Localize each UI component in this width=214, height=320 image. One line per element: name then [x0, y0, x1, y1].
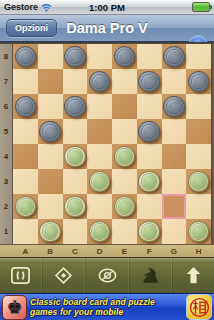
gray-man-C6[interactable]: [64, 96, 86, 118]
square-G7[interactable]: [162, 69, 187, 94]
square-F6[interactable]: [137, 94, 162, 119]
green-man-F1[interactable]: [138, 221, 160, 243]
square-F4[interactable]: [137, 144, 162, 169]
square-A4[interactable]: [13, 144, 38, 169]
options-button[interactable]: Opzioni: [6, 19, 57, 37]
gray-man-B5[interactable]: [39, 121, 61, 143]
column-label-D: D: [87, 245, 112, 257]
chess-king-icon: ♚: [2, 295, 27, 320]
square-H4[interactable]: [186, 144, 211, 169]
square-H5[interactable]: [186, 119, 211, 144]
square-D8[interactable]: [87, 44, 112, 69]
square-B5[interactable]: [38, 119, 63, 144]
board-right-border: [211, 44, 214, 244]
ad-text: Classic board card and puzzle games for …: [30, 297, 183, 318]
square-E4[interactable]: [112, 144, 137, 169]
column-label-B: B: [38, 245, 63, 257]
square-A7[interactable]: [13, 69, 38, 94]
column-label-H: H: [186, 245, 211, 257]
square-F7[interactable]: [137, 69, 162, 94]
square-A5[interactable]: [13, 119, 38, 144]
square-C3[interactable]: [63, 169, 88, 194]
green-man-A2[interactable]: [15, 196, 37, 218]
navigation-bar: Opzioni Dama Pro V ›: [0, 15, 214, 42]
square-E7[interactable]: [112, 69, 137, 94]
square-E1[interactable]: [112, 219, 137, 244]
square-H2[interactable]: [186, 194, 211, 219]
green-man-C2[interactable]: [64, 196, 86, 218]
square-H7[interactable]: [186, 69, 211, 94]
green-man-H3[interactable]: [188, 171, 210, 193]
gray-man-H7[interactable]: [188, 71, 210, 93]
app-screen: Gestore 1:00 PM Opzioni Dama Pro V › 876…: [0, 0, 214, 320]
square-A1[interactable]: [13, 219, 38, 244]
square-B1[interactable]: [38, 219, 63, 244]
column-label-F: F: [137, 245, 162, 257]
square-H3[interactable]: [186, 169, 211, 194]
column-label-C: C: [63, 245, 88, 257]
board-select-button[interactable]: [42, 258, 85, 293]
square-A8[interactable]: [13, 44, 38, 69]
column-label-A: A: [13, 245, 38, 257]
square-A6[interactable]: [13, 94, 38, 119]
ad-banner[interactable]: ♚ Classic board card and puzzle games fo…: [0, 293, 214, 320]
row-label-2: 2: [0, 194, 12, 219]
square-F2[interactable]: [137, 194, 162, 219]
diamond-select-icon: [52, 264, 75, 287]
green-man-C4[interactable]: [64, 146, 86, 168]
square-H8[interactable]: [186, 44, 211, 69]
square-A3[interactable]: [13, 169, 38, 194]
square-F5[interactable]: [137, 119, 162, 144]
square-D6[interactable]: [87, 94, 112, 119]
eye-icon: [96, 264, 119, 287]
square-C4[interactable]: [63, 144, 88, 169]
square-C8[interactable]: [63, 44, 88, 69]
column-label-E: E: [112, 245, 137, 257]
square-D4[interactable]: [87, 144, 112, 169]
ad-line1: Classic board card and puzzle: [30, 297, 183, 308]
green-man-D1[interactable]: [89, 221, 111, 243]
gray-man-A8[interactable]: [15, 46, 37, 68]
square-H6[interactable]: [186, 94, 211, 119]
square-G8[interactable]: [162, 44, 187, 69]
square-F3[interactable]: [137, 169, 162, 194]
column-labels-strip: ABCDEFGH: [0, 244, 214, 257]
square-C5[interactable]: [63, 119, 88, 144]
knight-icon: [139, 264, 162, 287]
row-label-6: 6: [0, 94, 12, 119]
column-labels: ABCDEFGH: [13, 245, 211, 257]
computer-move-button[interactable]: [129, 258, 172, 293]
share-button[interactable]: [172, 258, 214, 293]
xiangqi-elephant-icon: [186, 294, 212, 320]
square-C1[interactable]: [63, 219, 88, 244]
gray-man-F7[interactable]: [138, 71, 160, 93]
arrow-up-icon: [182, 264, 205, 287]
gray-man-D7[interactable]: [89, 71, 111, 93]
square-G3[interactable]: [162, 169, 187, 194]
square-A2[interactable]: [13, 194, 38, 219]
green-man-E4[interactable]: [114, 146, 136, 168]
square-G5[interactable]: [162, 119, 187, 144]
clock: 1:00 PM: [0, 2, 214, 13]
square-B2[interactable]: [38, 194, 63, 219]
square-B8[interactable]: [38, 44, 63, 69]
square-E3[interactable]: [112, 169, 137, 194]
square-C2[interactable]: [63, 194, 88, 219]
square-D1[interactable]: [87, 219, 112, 244]
row-label-8: 8: [0, 44, 12, 69]
gray-man-F5[interactable]: [138, 121, 160, 143]
square-F1[interactable]: [137, 219, 162, 244]
green-man-H1[interactable]: [188, 221, 210, 243]
green-man-F3[interactable]: [138, 171, 160, 193]
square-D2[interactable]: [87, 194, 112, 219]
status-bar: Gestore 1:00 PM: [0, 0, 214, 15]
restart-icon: [9, 264, 32, 287]
green-man-E2[interactable]: [114, 196, 136, 218]
square-G2[interactable]: [162, 194, 187, 219]
battery-icon: [192, 2, 210, 12]
toolbar: [0, 258, 214, 293]
row-labels: 87654321: [0, 44, 13, 244]
gray-man-A6[interactable]: [15, 96, 37, 118]
row-label-7: 7: [0, 69, 12, 94]
column-label-G: G: [162, 245, 187, 257]
square-G1[interactable]: [162, 219, 187, 244]
green-man-D3[interactable]: [89, 171, 111, 193]
row-label-3: 3: [0, 169, 12, 194]
square-B3[interactable]: [38, 169, 63, 194]
hint-button[interactable]: [85, 258, 128, 293]
square-D7[interactable]: [87, 69, 112, 94]
square-D3[interactable]: [87, 169, 112, 194]
board-grid: [13, 44, 211, 244]
checkers-board: 87654321 ABCDEFGH: [0, 42, 214, 258]
gray-man-E8[interactable]: [114, 46, 136, 68]
square-B4[interactable]: [38, 144, 63, 169]
square-B7[interactable]: [38, 69, 63, 94]
square-H1[interactable]: [186, 219, 211, 244]
ad-line2: games for your mobile: [30, 307, 183, 318]
square-E8[interactable]: [112, 44, 137, 69]
gray-man-C8[interactable]: [64, 46, 86, 68]
gray-man-G6[interactable]: [163, 96, 185, 118]
row-label-1: 1: [0, 219, 12, 244]
square-B6[interactable]: [38, 94, 63, 119]
green-man-B1[interactable]: [39, 221, 61, 243]
square-E6[interactable]: [112, 94, 137, 119]
restart-button[interactable]: [0, 258, 42, 293]
square-F8[interactable]: [137, 44, 162, 69]
square-G4[interactable]: [162, 144, 187, 169]
row-label-4: 4: [0, 144, 12, 169]
square-E2[interactable]: [112, 194, 137, 219]
square-C7[interactable]: [63, 69, 88, 94]
square-E5[interactable]: [112, 119, 137, 144]
square-C6[interactable]: [63, 94, 88, 119]
square-G6[interactable]: [162, 94, 187, 119]
gray-man-G8[interactable]: [163, 46, 185, 68]
square-D5[interactable]: [87, 119, 112, 144]
row-label-5: 5: [0, 119, 12, 144]
